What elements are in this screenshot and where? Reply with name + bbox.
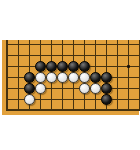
go-board[interactable] xyxy=(2,40,139,115)
white-stone xyxy=(90,83,101,94)
black-stone xyxy=(90,72,101,83)
white-stone xyxy=(35,72,46,83)
black-stone xyxy=(79,61,90,72)
grid-line-vertical xyxy=(18,40,19,111)
grid-line-horizontal xyxy=(7,55,139,56)
black-stone xyxy=(24,83,35,94)
black-stone xyxy=(101,94,112,105)
board-edge-line-bottom xyxy=(7,109,139,111)
white-stone xyxy=(79,72,90,83)
screenshot-root xyxy=(0,0,140,150)
black-stone xyxy=(46,61,57,72)
white-stone xyxy=(46,72,57,83)
black-stone xyxy=(24,72,35,83)
black-stone xyxy=(68,61,79,72)
white-stone xyxy=(35,83,46,94)
black-stone xyxy=(101,83,112,94)
white-stone xyxy=(57,72,68,83)
white-stone xyxy=(79,83,90,94)
grid-line-vertical xyxy=(139,40,140,111)
star-point xyxy=(127,65,130,68)
grid-line-vertical xyxy=(117,40,118,111)
black-stone xyxy=(35,61,46,72)
grid-line-horizontal xyxy=(7,44,139,45)
black-stone xyxy=(57,61,68,72)
black-stone xyxy=(101,72,112,83)
grid-line-vertical xyxy=(128,40,129,111)
white-stone xyxy=(68,72,79,83)
board-edge-line-left xyxy=(6,40,8,111)
white-stone xyxy=(24,94,35,105)
